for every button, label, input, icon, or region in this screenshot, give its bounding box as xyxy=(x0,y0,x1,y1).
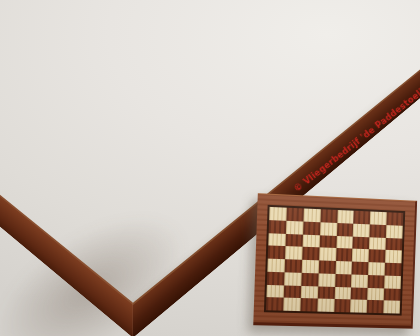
board-square xyxy=(383,301,400,314)
board-square xyxy=(300,298,317,311)
inset-pinstripe-border xyxy=(264,205,405,316)
board-square xyxy=(266,284,284,297)
board-square xyxy=(369,249,386,262)
board-square xyxy=(350,300,367,313)
board-square xyxy=(386,237,403,250)
board-square xyxy=(284,285,301,298)
board-square xyxy=(367,287,384,300)
board-square xyxy=(286,221,303,235)
board-square xyxy=(318,260,335,273)
board-square xyxy=(336,248,353,261)
board-square xyxy=(368,262,385,275)
board-square xyxy=(385,263,402,276)
board-square xyxy=(319,248,336,261)
board-square xyxy=(317,286,334,299)
board-square xyxy=(335,274,352,287)
board-square xyxy=(386,212,403,225)
board-square xyxy=(301,260,318,273)
board-square xyxy=(336,223,353,236)
board-square xyxy=(0,0,52,52)
board-square xyxy=(351,274,368,287)
inset-chessboard xyxy=(253,193,417,329)
board-square xyxy=(286,208,303,222)
board-square xyxy=(302,234,319,247)
board-square xyxy=(337,210,354,223)
board-square xyxy=(268,233,286,247)
board-square xyxy=(354,211,371,224)
board-square xyxy=(367,300,384,313)
board-square xyxy=(269,220,287,234)
board-square xyxy=(369,237,386,250)
board-square xyxy=(133,0,303,110)
board-square xyxy=(285,246,302,259)
board-square xyxy=(370,224,387,237)
board-square xyxy=(385,250,402,263)
chessboard-product-photo: © Vliegerbedrijf 'de Paddestoel' xyxy=(0,0,420,336)
board-square xyxy=(0,0,133,110)
board-square xyxy=(351,287,368,300)
board-square xyxy=(318,273,335,286)
board-square xyxy=(368,275,385,288)
board-square xyxy=(320,222,337,235)
board-square xyxy=(353,223,370,236)
board-square xyxy=(302,247,319,260)
board-square xyxy=(303,208,320,222)
board-square xyxy=(352,249,369,262)
board-square xyxy=(283,298,300,311)
board-square xyxy=(284,259,301,272)
board-square xyxy=(334,286,351,299)
board-square xyxy=(353,236,370,249)
board-square xyxy=(43,52,222,177)
board-square xyxy=(301,285,318,298)
inset-board-grid xyxy=(266,207,403,314)
board-square xyxy=(301,273,318,286)
board-square xyxy=(335,261,352,274)
board-square xyxy=(303,221,320,235)
board-square xyxy=(384,288,401,301)
board-square xyxy=(52,0,213,52)
board-square xyxy=(336,235,353,248)
board-square xyxy=(268,246,286,260)
board-square xyxy=(334,299,351,312)
board-square xyxy=(352,262,369,275)
board-square xyxy=(284,272,301,285)
board-square xyxy=(214,0,375,52)
board-square xyxy=(285,233,302,247)
board-square xyxy=(386,225,403,238)
board-pinstripe-border xyxy=(0,0,420,181)
board-square xyxy=(267,259,285,272)
board-square xyxy=(319,235,336,248)
board-square xyxy=(320,209,337,223)
board-square xyxy=(384,275,401,288)
board-square xyxy=(266,297,284,310)
board-square xyxy=(317,299,334,312)
board-square xyxy=(267,272,285,285)
board-square xyxy=(370,211,387,224)
board-square xyxy=(269,207,287,221)
